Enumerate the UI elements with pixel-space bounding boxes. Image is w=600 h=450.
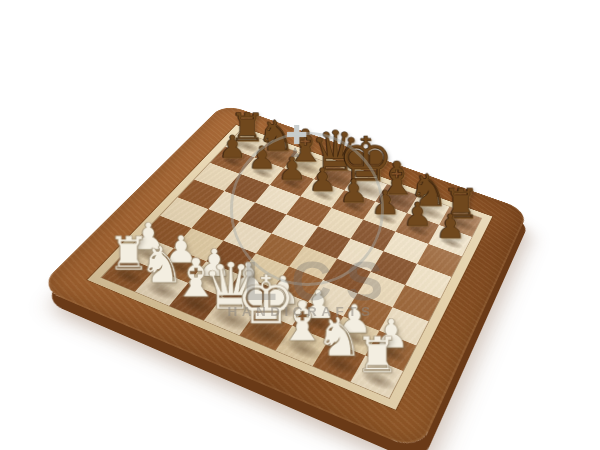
chess-board: ♜♞♝♛♚♝♞♜♟♟♟♟♟♟♟♟♟♟♟♟♟♟♟♟♜♞♝♛♚♝♞♜ — [38, 103, 529, 450]
chess-set-photo: ♜♞♝♛♚♝♞♜♟♟♟♟♟♟♟♟♟♟♟♟♟♟♟♟♜♞♝♛♚♝♞♜ ✚ ♟ LCS… — [0, 0, 600, 450]
board-scene: ♜♞♝♛♚♝♞♜♟♟♟♟♟♟♟♟♟♟♟♟♟♟♟♟♜♞♝♛♚♝♞♜ — [0, 0, 600, 450]
